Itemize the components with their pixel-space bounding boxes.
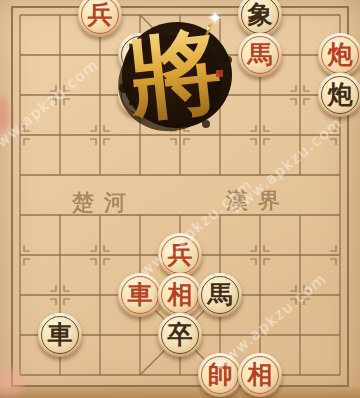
point-f2r1[interactable] [40, 0, 80, 35]
point-f7r7[interactable] [240, 235, 280, 275]
point-f6r6[interactable] [200, 195, 240, 235]
piece-character: 炮 [328, 42, 353, 67]
piece-red-elephant[interactable]: 相 [238, 353, 282, 397]
point-f2r4[interactable] [40, 115, 80, 155]
piece-black-elephant[interactable]: 象 [238, 0, 282, 37]
piece-character: 馬 [248, 42, 273, 67]
point-f9r9[interactable] [320, 315, 360, 355]
point-f3r7[interactable] [80, 235, 120, 275]
point-f7r5[interactable] [240, 155, 280, 195]
point-f2r6[interactable] [40, 195, 80, 235]
point-f2r3[interactable] [40, 75, 80, 115]
point-f8r8[interactable] [280, 275, 320, 315]
point-f1r5[interactable] [0, 155, 40, 195]
point-f5r6[interactable] [160, 195, 200, 235]
point-f8r6[interactable] [280, 195, 320, 235]
point-f4r6[interactable] [120, 195, 160, 235]
piece-character: 馬 [208, 282, 233, 307]
piece-character: 相 [168, 282, 193, 307]
sparkle-icon: ✦ [207, 8, 222, 28]
point-f9r6[interactable] [320, 195, 360, 235]
piece-black-cannon[interactable]: 炮 [318, 73, 360, 117]
point-f8r1[interactable] [280, 0, 320, 35]
point-f9r8[interactable] [320, 275, 360, 315]
banner-check-character: 將 [123, 15, 227, 132]
point-f4r10[interactable] [120, 355, 160, 395]
sparkle-dot [206, 26, 209, 29]
point-f5r8[interactable]: 相 [160, 275, 200, 315]
point-f9r1[interactable] [320, 0, 360, 35]
point-f9r10[interactable] [320, 355, 360, 395]
point-f6r9[interactable] [200, 315, 240, 355]
seal-mark [216, 70, 223, 77]
point-f1r6[interactable] [0, 195, 40, 235]
piece-character: 卒 [168, 322, 193, 347]
point-f8r5[interactable] [280, 155, 320, 195]
point-f3r6[interactable] [80, 195, 120, 235]
piece-character: 兵 [168, 242, 193, 267]
piece-character: 象 [248, 2, 273, 27]
point-f1r2[interactable] [0, 35, 40, 75]
point-f8r3[interactable] [280, 75, 320, 115]
point-f2r7[interactable] [40, 235, 80, 275]
point-f4r9[interactable] [120, 315, 160, 355]
point-f2r5[interactable] [40, 155, 80, 195]
point-f1r10[interactable] [0, 355, 40, 395]
point-f7r8[interactable] [240, 275, 280, 315]
point-f7r3[interactable] [240, 75, 280, 115]
point-f7r1[interactable]: 象 [240, 0, 280, 35]
point-f5r5[interactable] [160, 155, 200, 195]
point-f4r5[interactable] [120, 155, 160, 195]
point-f1r1[interactable] [0, 0, 40, 35]
general-banner: 將 ✦ [110, 8, 240, 138]
point-f6r5[interactable] [200, 155, 240, 195]
point-f1r9[interactable] [0, 315, 40, 355]
piece-character: 車 [48, 322, 73, 347]
point-f8r2[interactable] [280, 35, 320, 75]
point-f2r8[interactable] [40, 275, 80, 315]
point-f2r2[interactable] [40, 35, 80, 75]
point-f8r10[interactable] [280, 355, 320, 395]
point-f3r5[interactable] [80, 155, 120, 195]
point-f8r7[interactable] [280, 235, 320, 275]
point-f1r4[interactable] [0, 115, 40, 155]
point-f1r8[interactable] [0, 275, 40, 315]
point-f6r8[interactable]: 馬 [200, 275, 240, 315]
piece-black-chariot[interactable]: 車 [38, 313, 82, 357]
point-f7r4[interactable] [240, 115, 280, 155]
point-f9r4[interactable] [320, 115, 360, 155]
piece-character: 炮 [328, 82, 353, 107]
piece-black-soldier[interactable]: 卒 [158, 313, 202, 357]
point-f9r2[interactable]: 炮 [320, 35, 360, 75]
point-f5r9[interactable]: 卒 [160, 315, 200, 355]
point-f4r7[interactable] [120, 235, 160, 275]
point-f8r9[interactable] [280, 315, 320, 355]
point-f4r8[interactable]: 車 [120, 275, 160, 315]
point-f7r9[interactable] [240, 315, 280, 355]
point-f5r7[interactable]: 兵 [160, 235, 200, 275]
point-f6r10[interactable]: 帥 [200, 355, 240, 395]
point-f1r3[interactable] [0, 75, 40, 115]
point-f9r3[interactable]: 炮 [320, 75, 360, 115]
point-f6r7[interactable] [200, 235, 240, 275]
xiangqi-board: 楚河 漢界 兵象將馬炮士炮兵車相馬車卒帥相 將 ✦ www.apkzu.com … [0, 0, 360, 398]
piece-red-general[interactable]: 帥 [198, 353, 242, 397]
point-f7r2[interactable]: 馬 [240, 35, 280, 75]
piece-character: 車 [128, 282, 153, 307]
point-f7r10[interactable]: 相 [240, 355, 280, 395]
point-f2r9[interactable]: 車 [40, 315, 80, 355]
piece-character: 帥 [208, 362, 233, 387]
point-f3r10[interactable] [80, 355, 120, 395]
piece-red-chariot[interactable]: 車 [118, 273, 162, 317]
piece-character: 兵 [88, 2, 113, 27]
piece-red-elephant[interactable]: 相 [158, 273, 202, 317]
piece-character: 相 [248, 362, 273, 387]
point-f9r5[interactable] [320, 155, 360, 195]
piece-red-horse[interactable]: 馬 [238, 33, 282, 77]
point-f7r6[interactable] [240, 195, 280, 235]
piece-black-horse[interactable]: 馬 [198, 273, 242, 317]
piece-red-cannon[interactable]: 炮 [318, 33, 360, 77]
point-f3r9[interactable] [80, 315, 120, 355]
point-f3r8[interactable] [80, 275, 120, 315]
point-f9r7[interactable] [320, 235, 360, 275]
piece-red-soldier[interactable]: 兵 [158, 233, 202, 277]
point-f5r10[interactable] [160, 355, 200, 395]
point-f1r7[interactable] [0, 235, 40, 275]
point-f8r4[interactable] [280, 115, 320, 155]
point-f2r10[interactable] [40, 355, 80, 395]
